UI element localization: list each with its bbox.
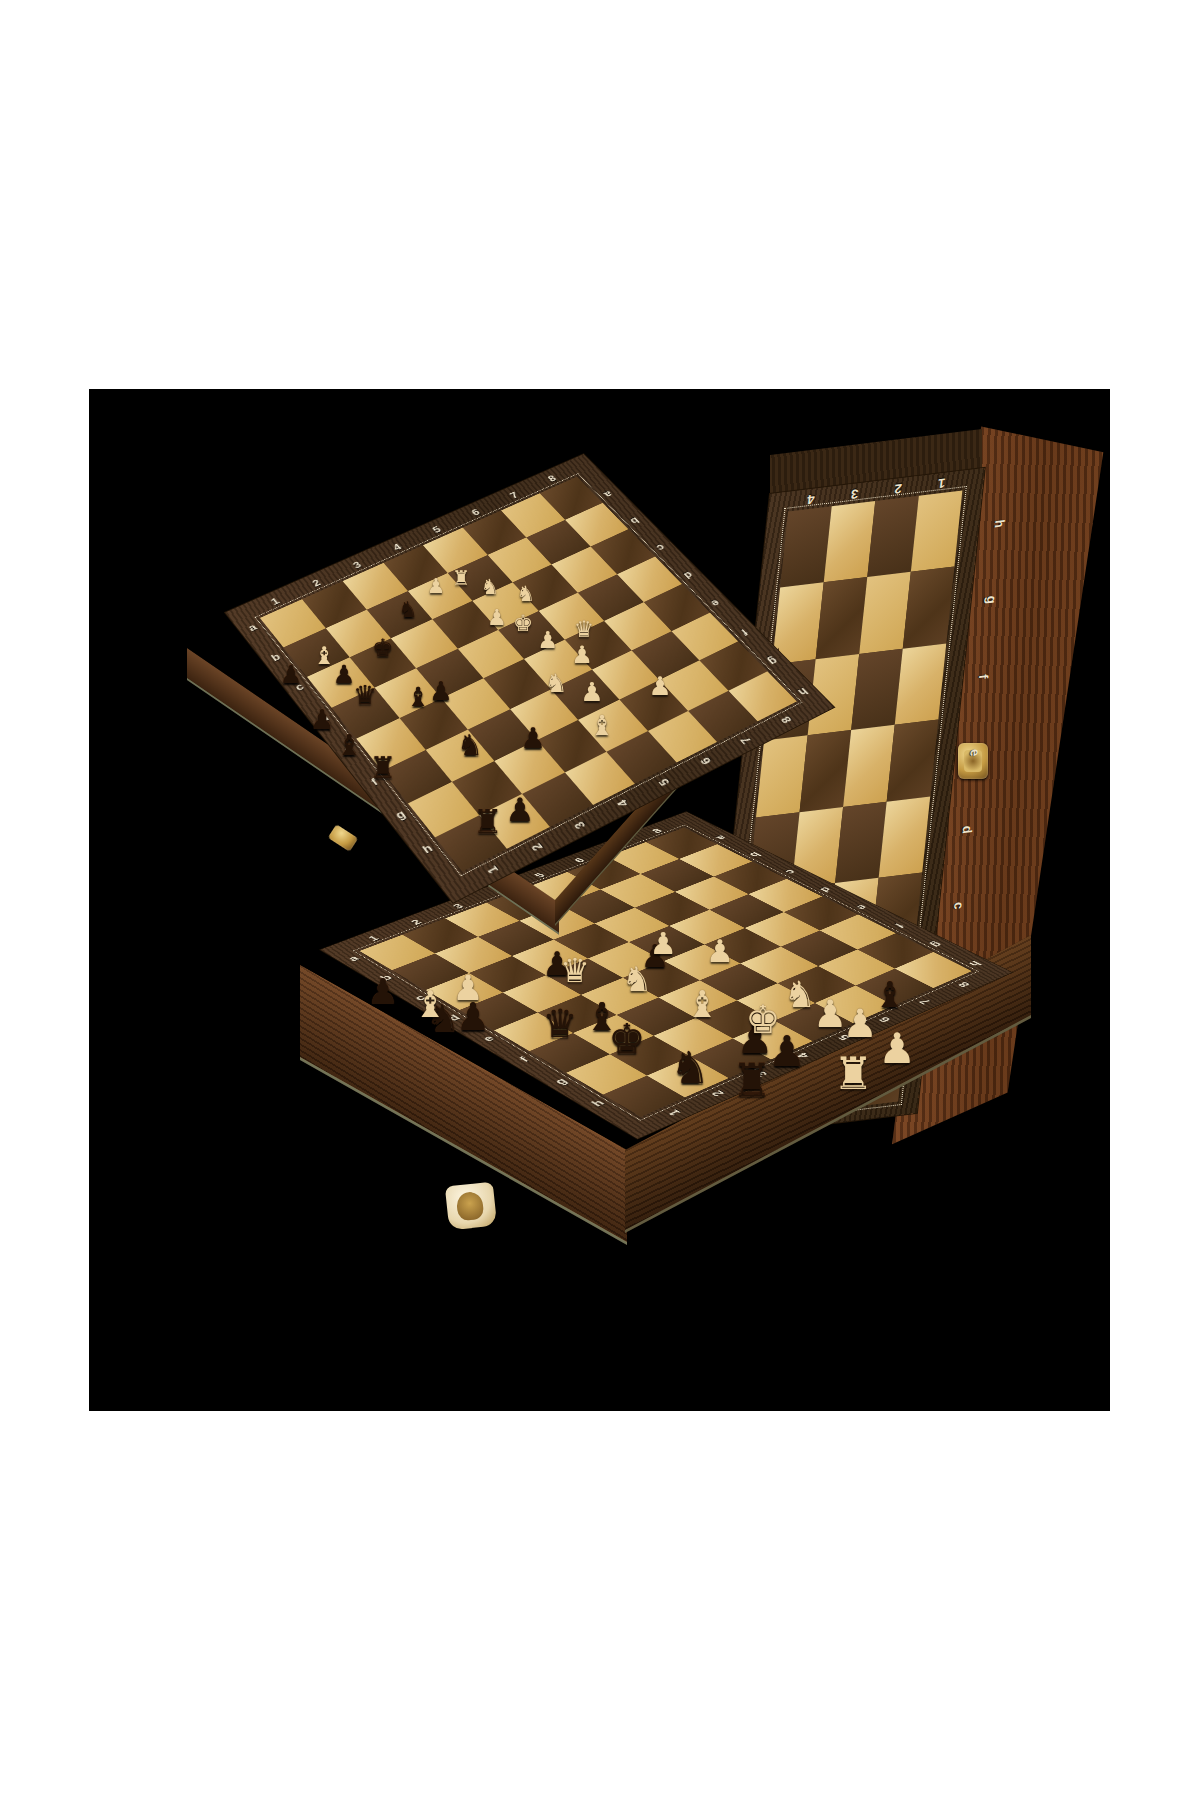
upper-open-board: 12345678 12345678 abcdefgh abcdefgh: [304, 439, 744, 879]
product-photo-backdrop: 4321 hgfedcba 12345678 12345678 abcdefgh…: [89, 389, 1110, 1411]
upper-board-surface: 12345678 12345678 abcdefgh abcdefgh: [225, 454, 834, 902]
board-square: [903, 567, 955, 649]
lower-board-ornate-clasp: [445, 1182, 497, 1231]
board-square: [911, 490, 963, 572]
board-square: [895, 643, 947, 725]
upper-board-checker-grid: [260, 477, 797, 872]
